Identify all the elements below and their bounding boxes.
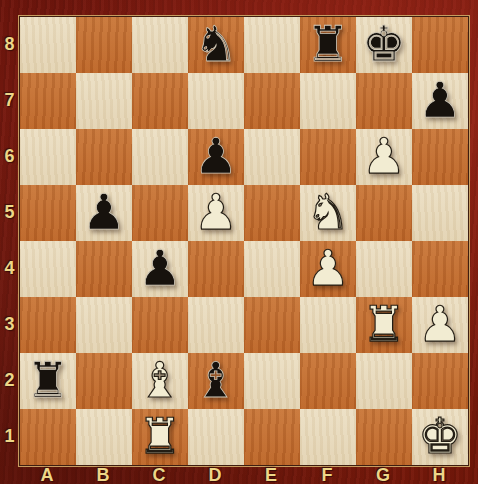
square-f4[interactable]: ♟ xyxy=(300,241,356,297)
square-e1[interactable] xyxy=(244,409,300,465)
rank-labels: 87654321 xyxy=(0,16,19,464)
square-b4[interactable] xyxy=(76,241,132,297)
piece-black-pawn[interactable]: ♟ xyxy=(412,73,468,129)
square-e6[interactable] xyxy=(244,129,300,185)
piece-black-pawn[interactable]: ♟ xyxy=(132,241,188,297)
piece-black-knight[interactable]: ♞ xyxy=(188,17,244,73)
file-label: A xyxy=(19,465,75,484)
square-e8[interactable] xyxy=(244,17,300,73)
square-c5[interactable] xyxy=(132,185,188,241)
piece-white-knight[interactable]: ♞ xyxy=(300,185,356,241)
piece-white-bishop[interactable]: ♝ xyxy=(132,353,188,409)
square-a3[interactable] xyxy=(20,297,76,353)
square-h3[interactable]: ♟ xyxy=(412,297,468,353)
file-label: C xyxy=(131,465,187,484)
square-h4[interactable] xyxy=(412,241,468,297)
square-h2[interactable] xyxy=(412,353,468,409)
board[interactable]: ♞♜♚♟♟♟♟♟♞♟♟♜♟♜♝♝♜♚ xyxy=(19,16,469,466)
square-e7[interactable] xyxy=(244,73,300,129)
piece-white-pawn[interactable]: ♟ xyxy=(356,129,412,185)
square-a6[interactable] xyxy=(20,129,76,185)
square-d5[interactable]: ♟ xyxy=(188,185,244,241)
rank-label: 8 xyxy=(0,16,19,72)
square-f8[interactable]: ♜ xyxy=(300,17,356,73)
square-h1[interactable]: ♚ xyxy=(412,409,468,465)
piece-white-king[interactable]: ♚ xyxy=(412,409,468,465)
square-g3[interactable]: ♜ xyxy=(356,297,412,353)
square-c4[interactable]: ♟ xyxy=(132,241,188,297)
square-g6[interactable]: ♟ xyxy=(356,129,412,185)
square-f3[interactable] xyxy=(300,297,356,353)
file-label: H xyxy=(411,465,467,484)
file-label: G xyxy=(355,465,411,484)
square-e4[interactable] xyxy=(244,241,300,297)
piece-black-rook[interactable]: ♜ xyxy=(300,17,356,73)
piece-white-rook[interactable]: ♜ xyxy=(356,297,412,353)
square-f5[interactable]: ♞ xyxy=(300,185,356,241)
square-c8[interactable] xyxy=(132,17,188,73)
rank-label: 4 xyxy=(0,240,19,296)
square-d4[interactable] xyxy=(188,241,244,297)
piece-black-bishop[interactable]: ♝ xyxy=(188,353,244,409)
square-d1[interactable] xyxy=(188,409,244,465)
piece-white-pawn[interactable]: ♟ xyxy=(412,297,468,353)
square-d8[interactable]: ♞ xyxy=(188,17,244,73)
square-e2[interactable] xyxy=(244,353,300,409)
piece-black-pawn[interactable]: ♟ xyxy=(76,185,132,241)
square-f2[interactable] xyxy=(300,353,356,409)
square-b5[interactable]: ♟ xyxy=(76,185,132,241)
piece-black-pawn[interactable]: ♟ xyxy=(188,129,244,185)
rank-label: 7 xyxy=(0,72,19,128)
rank-label: 3 xyxy=(0,296,19,352)
square-g5[interactable] xyxy=(356,185,412,241)
square-a2[interactable]: ♜ xyxy=(20,353,76,409)
square-g4[interactable] xyxy=(356,241,412,297)
square-h6[interactable] xyxy=(412,129,468,185)
square-d7[interactable] xyxy=(188,73,244,129)
square-g7[interactable] xyxy=(356,73,412,129)
rank-label: 6 xyxy=(0,128,19,184)
square-f7[interactable] xyxy=(300,73,356,129)
rank-label: 1 xyxy=(0,408,19,464)
square-a1[interactable] xyxy=(20,409,76,465)
square-c6[interactable] xyxy=(132,129,188,185)
square-b3[interactable] xyxy=(76,297,132,353)
file-label: E xyxy=(243,465,299,484)
square-g8[interactable]: ♚ xyxy=(356,17,412,73)
square-a5[interactable] xyxy=(20,185,76,241)
square-d2[interactable]: ♝ xyxy=(188,353,244,409)
square-h7[interactable]: ♟ xyxy=(412,73,468,129)
square-a8[interactable] xyxy=(20,17,76,73)
square-g1[interactable] xyxy=(356,409,412,465)
square-c7[interactable] xyxy=(132,73,188,129)
piece-white-pawn[interactable]: ♟ xyxy=(188,185,244,241)
square-f6[interactable] xyxy=(300,129,356,185)
piece-black-king[interactable]: ♚ xyxy=(356,17,412,73)
square-g2[interactable] xyxy=(356,353,412,409)
square-b1[interactable] xyxy=(76,409,132,465)
square-c3[interactable] xyxy=(132,297,188,353)
square-e5[interactable] xyxy=(244,185,300,241)
square-b8[interactable] xyxy=(76,17,132,73)
file-label: D xyxy=(187,465,243,484)
square-b2[interactable] xyxy=(76,353,132,409)
square-a4[interactable] xyxy=(20,241,76,297)
piece-white-rook[interactable]: ♜ xyxy=(132,409,188,465)
file-label: B xyxy=(75,465,131,484)
piece-white-pawn[interactable]: ♟ xyxy=(300,241,356,297)
square-b7[interactable] xyxy=(76,73,132,129)
chessboard-frame: 87654321 ♞♜♚♟♟♟♟♟♞♟♟♜♟♜♝♝♜♚ ABCDEFGH xyxy=(0,0,478,484)
square-f1[interactable] xyxy=(300,409,356,465)
square-c2[interactable]: ♝ xyxy=(132,353,188,409)
square-a7[interactable] xyxy=(20,73,76,129)
rank-label: 5 xyxy=(0,184,19,240)
square-e3[interactable] xyxy=(244,297,300,353)
square-h8[interactable] xyxy=(412,17,468,73)
file-label: F xyxy=(299,465,355,484)
square-d3[interactable] xyxy=(188,297,244,353)
square-h5[interactable] xyxy=(412,185,468,241)
rank-label: 2 xyxy=(0,352,19,408)
square-d6[interactable]: ♟ xyxy=(188,129,244,185)
square-c1[interactable]: ♜ xyxy=(132,409,188,465)
file-labels: ABCDEFGH xyxy=(19,465,467,484)
square-b6[interactable] xyxy=(76,129,132,185)
piece-black-rook[interactable]: ♜ xyxy=(20,353,76,409)
